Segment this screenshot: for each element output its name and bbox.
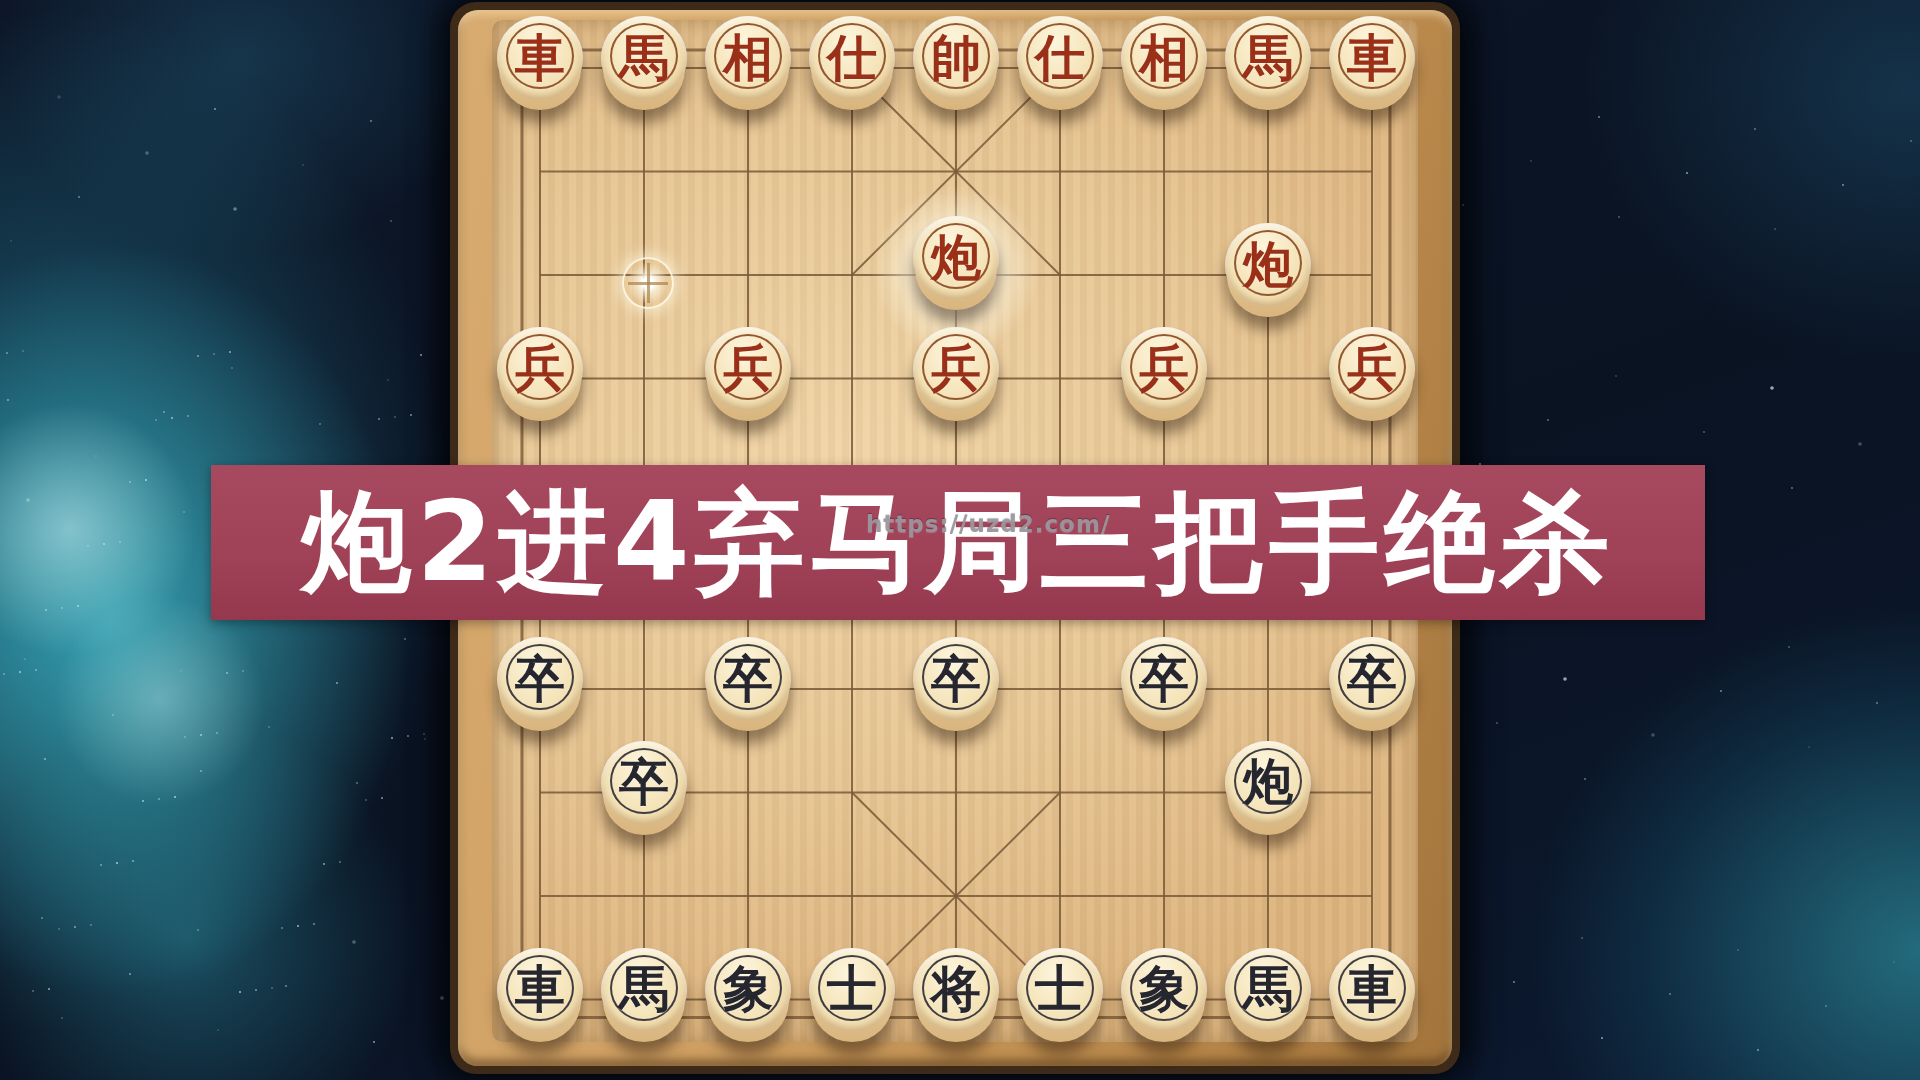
title-banner: 炮2进4弃马局三把手绝杀 [211,465,1705,620]
piece-red-兵[interactable]: 兵 [913,327,999,423]
piece-character: 仕 [1017,19,1103,97]
piece-black-象[interactable]: 象 [705,948,791,1044]
piece-character: 馬 [601,19,687,97]
piece-red-炮[interactable]: 炮 [1225,223,1311,319]
piece-black-士[interactable]: 士 [1017,948,1103,1044]
piece-red-相[interactable]: 相 [705,16,791,112]
piece-black-士[interactable]: 士 [809,948,895,1044]
piece-character: 象 [1121,951,1207,1029]
piece-character: 兵 [497,330,583,408]
piece-character: 車 [1329,19,1415,97]
piece-black-卒[interactable]: 卒 [497,637,583,733]
piece-character: 馬 [1225,951,1311,1029]
piece-red-馬[interactable]: 馬 [1225,16,1311,112]
piece-character: 兵 [1121,330,1207,408]
piece-character: 馬 [1225,19,1311,97]
piece-red-炮[interactable]: 炮 [913,216,999,312]
piece-character: 卒 [1329,640,1415,718]
piece-red-仕[interactable]: 仕 [1017,16,1103,112]
piece-character: 車 [1329,951,1415,1029]
piece-red-兵[interactable]: 兵 [705,327,791,423]
piece-black-馬[interactable]: 馬 [1225,948,1311,1044]
piece-red-兵[interactable]: 兵 [1329,327,1415,423]
piece-character: 兵 [705,330,791,408]
piece-character: 車 [497,19,583,97]
piece-black-卒[interactable]: 卒 [705,637,791,733]
last-move-origin-sparkle [622,257,674,309]
piece-character: 車 [497,951,583,1029]
piece-character: 卒 [705,640,791,718]
piece-character: 相 [1121,19,1207,97]
piece-black-車[interactable]: 車 [1329,948,1415,1044]
watermark-url: https://uzd2.com/ [866,511,1110,537]
piece-character: 将 [913,951,999,1029]
piece-character: 卒 [913,640,999,718]
piece-black-将[interactable]: 将 [913,948,999,1044]
piece-red-車[interactable]: 車 [1329,16,1415,112]
piece-red-兵[interactable]: 兵 [1121,327,1207,423]
piece-character: 卒 [1121,640,1207,718]
piece-red-仕[interactable]: 仕 [809,16,895,112]
piece-black-炮[interactable]: 炮 [1225,741,1311,837]
piece-character: 兵 [1329,330,1415,408]
piece-black-卒[interactable]: 卒 [601,741,687,837]
piece-character: 炮 [1225,744,1311,822]
piece-character: 卒 [497,640,583,718]
piece-red-車[interactable]: 車 [497,16,583,112]
piece-red-相[interactable]: 相 [1121,16,1207,112]
piece-character: 卒 [601,744,687,822]
piece-character: 炮 [1225,226,1311,304]
piece-black-象[interactable]: 象 [1121,948,1207,1044]
piece-character: 炮 [913,219,999,297]
piece-character: 士 [1017,951,1103,1029]
piece-character: 兵 [913,330,999,408]
piece-red-兵[interactable]: 兵 [497,327,583,423]
piece-black-馬[interactable]: 馬 [601,948,687,1044]
piece-character: 相 [705,19,791,97]
piece-red-馬[interactable]: 馬 [601,16,687,112]
piece-character: 帥 [913,19,999,97]
piece-black-卒[interactable]: 卒 [1329,637,1415,733]
piece-black-卒[interactable]: 卒 [913,637,999,733]
piece-character: 仕 [809,19,895,97]
piece-character: 士 [809,951,895,1029]
piece-character: 象 [705,951,791,1029]
piece-black-車[interactable]: 車 [497,948,583,1044]
title-banner-text: 炮2进4弃马局三把手绝杀 [301,465,1614,620]
piece-red-帥[interactable]: 帥 [913,16,999,112]
piece-character: 馬 [601,951,687,1029]
piece-black-卒[interactable]: 卒 [1121,637,1207,733]
